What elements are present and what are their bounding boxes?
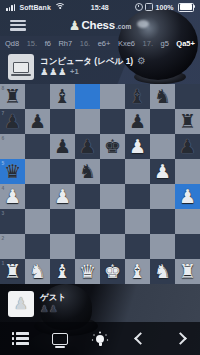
player-captured-icons: ♟♟ (40, 304, 58, 314)
white-bishop-f1[interactable]: ♝ (125, 259, 150, 284)
square-a2[interactable]: 2 (0, 234, 25, 259)
white-pawn-a4[interactable]: ♟ (0, 184, 25, 209)
square-d2[interactable] (75, 234, 100, 259)
white-king-e1[interactable]: ♚ (100, 259, 125, 284)
settings-gear-icon[interactable]: ⚙ (137, 55, 146, 66)
square-e6[interactable]: ♚ (100, 134, 125, 159)
square-c6[interactable]: ♟ (50, 134, 75, 159)
square-f2[interactable] (125, 234, 150, 259)
player-name-label: ゲスト (40, 292, 66, 302)
square-f6[interactable]: ♟ (125, 134, 150, 159)
rank-label-6: 6 (2, 135, 5, 141)
carrier-label: SoftBank (19, 4, 51, 11)
square-g4[interactable] (150, 184, 175, 209)
captured-white-pawn-icon: ♟ (40, 67, 49, 77)
chess-app: SoftBank 15:48 100% ♟ Chess .com Qd815.f… (0, 0, 200, 355)
hint-button[interactable] (86, 327, 114, 351)
square-b4[interactable] (25, 184, 50, 209)
square-g2[interactable] (150, 234, 175, 259)
square-h3[interactable] (175, 209, 200, 234)
white-bishop-c1[interactable]: ♝ (50, 259, 75, 284)
square-d6[interactable]: ♟ (75, 134, 100, 159)
square-e1[interactable]: ♚ (100, 259, 125, 284)
white-pawn-h4[interactable]: ♟ (175, 184, 200, 209)
square-f8[interactable]: ♝ (125, 84, 150, 109)
rank-label-2: 2 (2, 235, 5, 241)
square-g6[interactable] (150, 134, 175, 159)
opponent-name-label: コンピュータ (レベル 1) (40, 56, 133, 66)
alarm-icon (135, 3, 143, 11)
square-e5[interactable] (100, 159, 125, 184)
square-g3[interactable] (150, 209, 175, 234)
white-pawn-f6[interactable]: ♟ (125, 134, 150, 159)
status-bar: SoftBank 15:48 100% (0, 0, 200, 14)
square-c7[interactable] (50, 109, 75, 134)
square-c3[interactable] (50, 209, 75, 234)
chevron-right-icon (174, 332, 187, 345)
square-h4[interactable]: ♟ (175, 184, 200, 209)
black-pawn-d6[interactable]: ♟ (75, 134, 100, 159)
battery-icon (178, 3, 194, 12)
square-d4[interactable] (75, 184, 100, 209)
black-pawn-a7[interactable]: ♟ (0, 109, 25, 134)
logo-text: Chess (81, 19, 115, 31)
square-d1[interactable]: ♛ (75, 259, 100, 284)
rotation-lock-icon (145, 3, 153, 11)
square-b3[interactable] (25, 209, 50, 234)
square-h1[interactable]: ♜ (175, 259, 200, 284)
square-b8[interactable] (25, 84, 50, 109)
square-b5[interactable] (25, 159, 50, 184)
computer-button[interactable] (46, 327, 74, 351)
square-b7[interactable]: ♟ (25, 109, 50, 134)
white-knight-g1[interactable]: ♞ (150, 259, 175, 284)
move-Kxe6[interactable]: Kxe6 (118, 39, 135, 48)
square-h2[interactable] (175, 234, 200, 259)
move-f6[interactable]: f6 (45, 39, 51, 48)
player-bar: ♟ ゲスト ♟♟ (0, 289, 200, 321)
black-queen-a5[interactable]: ♛ (0, 159, 25, 184)
white-pawn-avatar-icon: ♟ (14, 296, 28, 312)
square-a6[interactable]: 6 (0, 134, 25, 159)
move-Rh7[interactable]: Rh7 (58, 39, 72, 48)
white-knight-b1[interactable]: ♞ (25, 259, 50, 284)
square-c1[interactable]: ♝ (50, 259, 75, 284)
square-a1[interactable]: 1♜ (0, 259, 25, 284)
list-icon (12, 332, 29, 345)
opponent-captured-icons: ♟♟♟ (40, 67, 67, 77)
square-f3[interactable] (125, 209, 150, 234)
move-e6+[interactable]: e6+ (98, 39, 111, 48)
captured-black-pawn-icon: ♟ (40, 304, 49, 314)
captured-black-pawn-icon: ♟ (49, 304, 58, 314)
square-g5[interactable]: ♟ (150, 159, 175, 184)
black-rook-h7[interactable]: ♜ (175, 109, 200, 134)
square-b6[interactable] (25, 134, 50, 159)
square-e7[interactable] (100, 109, 125, 134)
captured-white-pawn-icon: ♟ (58, 67, 67, 77)
back-button[interactable] (126, 327, 154, 351)
square-h6[interactable]: ♟ (175, 134, 200, 159)
square-a4[interactable]: 4♟ (0, 184, 25, 209)
square-e8[interactable] (100, 84, 125, 109)
battery-percent: 100% (156, 4, 174, 11)
square-a5[interactable]: 5♛ (0, 159, 25, 184)
black-pawn-f7[interactable]: ♟ (125, 109, 150, 134)
square-e2[interactable] (100, 234, 125, 259)
square-c5[interactable] (50, 159, 75, 184)
move-list-button[interactable] (6, 327, 34, 351)
square-f7[interactable]: ♟ (125, 109, 150, 134)
signal-strength-icon (6, 4, 15, 11)
chesscom-logo: ♟ Chess .com (0, 14, 200, 36)
square-e4[interactable] (100, 184, 125, 209)
square-h8[interactable] (175, 84, 200, 109)
square-h7[interactable]: ♜ (175, 109, 200, 134)
black-knight-g8[interactable]: ♞ (150, 84, 175, 109)
white-rook-h1[interactable]: ♜ (175, 259, 200, 284)
move-17.[interactable]: 17. (143, 39, 153, 48)
logo-com-text: .com (116, 23, 131, 30)
white-queen-d1[interactable]: ♛ (75, 259, 100, 284)
opponent-captured-pieces: ♟♟♟ +1 (40, 67, 79, 77)
black-pawn-b7[interactable]: ♟ (25, 109, 50, 134)
move-Qa5+[interactable]: Qa5+ (176, 39, 195, 48)
square-e3[interactable] (100, 209, 125, 234)
black-pawn-h6[interactable]: ♟ (175, 134, 200, 159)
chevron-left-icon (134, 332, 147, 345)
square-f4[interactable] (125, 184, 150, 209)
square-c8[interactable]: ♝ (50, 84, 75, 109)
white-rook-a1[interactable]: ♜ (0, 259, 25, 284)
white-pawn-c4[interactable]: ♟ (50, 184, 75, 209)
chess-board: 8♜♝♝♞7♟♟♟♜6♟♟♚♟♟5♛♞♟4♟♟♟321♜♞♝♛♚♝♞♜ (0, 84, 200, 284)
move-15.[interactable]: 15. (27, 39, 37, 48)
square-f1[interactable]: ♝ (125, 259, 150, 284)
square-b2[interactable] (25, 234, 50, 259)
player-captured-pieces: ♟♟ (40, 304, 61, 314)
square-a7[interactable]: 7♟ (0, 109, 25, 134)
square-d3[interactable] (75, 209, 100, 234)
black-pawn-c6[interactable]: ♟ (50, 134, 75, 159)
black-bishop-f8[interactable]: ♝ (125, 84, 150, 109)
square-f5[interactable] (125, 159, 150, 184)
opponent-player-bar: コンピュータ (レベル 1)⚙ ♟♟♟ +1 (0, 52, 200, 84)
square-b1[interactable]: ♞ (25, 259, 50, 284)
square-g7[interactable] (150, 109, 175, 134)
bottom-toolbar (0, 322, 200, 355)
captured-white-pawn-icon: ♟ (49, 67, 58, 77)
square-g1[interactable]: ♞ (150, 259, 175, 284)
square-h5[interactable] (175, 159, 200, 184)
black-knight-d5[interactable]: ♞ (75, 159, 100, 184)
square-d8[interactable] (75, 84, 100, 109)
menu-icon[interactable] (10, 20, 26, 31)
app-header: ♟ Chess .com (0, 14, 200, 36)
opponent-score: +1 (70, 67, 79, 76)
black-king-e6[interactable]: ♚ (100, 134, 125, 159)
square-c2[interactable] (50, 234, 75, 259)
player-avatar: ♟ (8, 291, 34, 317)
square-g8[interactable]: ♞ (150, 84, 175, 109)
opponent-avatar (8, 54, 34, 80)
move-list: Qd815.f6Rh716.e6+Kxe617.g5Qa5+ (0, 36, 200, 50)
move-g5[interactable]: g5 (161, 39, 169, 48)
computer-icon (13, 62, 29, 73)
square-a3[interactable]: 3 (0, 209, 25, 234)
white-pawn-g5[interactable]: ♟ (150, 159, 175, 184)
square-d7[interactable] (75, 109, 100, 134)
logo-pawn-icon: ♟ (69, 19, 81, 32)
black-rook-a8[interactable]: ♜ (0, 84, 25, 109)
square-c4[interactable]: ♟ (50, 184, 75, 209)
lightbulb-icon (94, 331, 106, 347)
move-Qd8[interactable]: Qd8 (5, 39, 19, 48)
black-bishop-c8[interactable]: ♝ (50, 84, 75, 109)
status-time: 15:48 (91, 4, 109, 11)
square-a8[interactable]: 8♜ (0, 84, 25, 109)
wifi-icon (55, 3, 65, 11)
forward-button[interactable] (166, 327, 194, 351)
rank-label-3: 3 (2, 210, 5, 216)
move-16.[interactable]: 16. (80, 39, 90, 48)
square-d5[interactable]: ♞ (75, 159, 100, 184)
monitor-icon (52, 333, 68, 345)
